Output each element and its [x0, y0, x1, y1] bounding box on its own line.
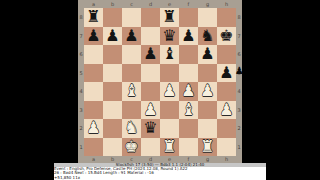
rank-label-1: 1 [236, 138, 242, 157]
piece-black-bishop-e6[interactable]: ♝ [160, 45, 179, 64]
piece-white-pawn-f4[interactable]: ♟ [179, 82, 198, 101]
piece-white-bishop-f3[interactable]: ♝ [179, 101, 198, 120]
rank-label-2: 2 [236, 119, 242, 138]
square-b7[interactable]: ♟ [103, 27, 122, 46]
square-a7[interactable]: ♟ [84, 27, 103, 46]
piece-black-queen-d2[interactable]: ♛ [141, 119, 160, 138]
piece-white-rook-e1[interactable]: ♜ [160, 138, 179, 157]
piece-black-king-h7[interactable]: ♚ [217, 27, 236, 46]
square-g3[interactable] [198, 101, 217, 120]
square-c5[interactable] [122, 64, 141, 83]
square-g5[interactable] [198, 64, 217, 83]
square-e6[interactable]: ♝ [160, 45, 179, 64]
square-g6[interactable]: ♟ [198, 45, 217, 64]
file-label-f: f [179, 156, 198, 162]
piece-white-king-c1[interactable]: ♚ [122, 138, 141, 157]
piece-white-bishop-c4[interactable]: ♝ [122, 82, 141, 101]
square-g2[interactable] [198, 119, 217, 138]
square-b2[interactable] [103, 119, 122, 138]
file-labels-bottom: abcdefgh [84, 156, 236, 162]
file-label-h: h [217, 156, 236, 162]
file-label-b: b [103, 1, 122, 7]
square-e7[interactable]: ♛ [160, 27, 179, 46]
piece-black-rook-e8[interactable]: ♜ [160, 8, 179, 27]
square-c2[interactable]: ♞ [122, 119, 141, 138]
square-h3[interactable]: ♟ [217, 101, 236, 120]
square-a3[interactable] [84, 101, 103, 120]
square-e3[interactable] [160, 101, 179, 120]
game-info-panel: Stockfish 17 (3:50) — Bdb3 1.1 (2:04) 21… [54, 163, 266, 180]
file-labels-top: abcdefgh [84, 1, 236, 7]
piece-white-pawn-e4[interactable]: ♟ [160, 82, 179, 101]
piece-white-pawn-a2[interactable]: ♟ [84, 119, 103, 138]
rank-label-3: 3 [236, 101, 242, 120]
square-f5[interactable] [179, 64, 198, 83]
file-label-d: d [141, 156, 160, 162]
square-d3[interactable]: ♟ [141, 101, 160, 120]
square-b5[interactable] [103, 64, 122, 83]
square-a8[interactable]: ♜ [84, 8, 103, 27]
file-label-c: c [122, 1, 141, 7]
piece-black-pawn-h5[interactable]: ♟ [217, 64, 236, 83]
square-h1[interactable] [217, 138, 236, 157]
square-h7[interactable]: ♚ [217, 27, 236, 46]
square-b1[interactable] [103, 138, 122, 157]
piece-black-pawn-g6[interactable]: ♟ [198, 45, 217, 64]
square-d7[interactable] [141, 27, 160, 46]
piece-white-knight-c2[interactable]: ♞ [122, 119, 141, 138]
square-h6[interactable] [217, 45, 236, 64]
file-label-e: e [160, 1, 179, 7]
eval-link-line[interactable]: +51,850 11x [54, 176, 266, 180]
square-g1[interactable]: ♜ [198, 138, 217, 157]
file-label-g: g [198, 1, 217, 7]
square-e8[interactable]: ♜ [160, 8, 179, 27]
square-a6[interactable] [84, 45, 103, 64]
square-f6[interactable] [179, 45, 198, 64]
square-c8[interactable] [122, 8, 141, 27]
piece-black-pawn-b7[interactable]: ♟ [103, 27, 122, 46]
square-b6[interactable] [103, 45, 122, 64]
captured-pawn-indicator: ♟ [235, 64, 243, 78]
square-c4[interactable]: ♝ [122, 82, 141, 101]
file-label-h: h [217, 1, 236, 7]
piece-white-rook-g1[interactable]: ♜ [198, 138, 217, 157]
square-c6[interactable] [122, 45, 141, 64]
rank-label-8: 8 [236, 8, 242, 27]
piece-black-pawn-d6[interactable]: ♟ [141, 45, 160, 64]
square-g4[interactable]: ♟ [198, 82, 217, 101]
chess-board-frame: abcdefgh 87654321 87654321 ♜♜♟♟♟♛♟♞♚♟♝♟♟… [78, 0, 242, 163]
square-a1[interactable] [84, 138, 103, 157]
square-e5[interactable] [160, 64, 179, 83]
square-e1[interactable]: ♜ [160, 138, 179, 157]
square-e2[interactable] [160, 119, 179, 138]
file-label-d: d [141, 1, 160, 7]
square-f4[interactable]: ♟ [179, 82, 198, 101]
square-f2[interactable] [179, 119, 198, 138]
square-f8[interactable] [179, 8, 198, 27]
app-background: abcdefgh 87654321 87654321 ♜♜♟♟♟♛♟♞♚♟♝♟♟… [0, 0, 320, 180]
square-e4[interactable]: ♟ [160, 82, 179, 101]
piece-black-knight-g7[interactable]: ♞ [198, 27, 217, 46]
square-d8[interactable] [141, 8, 160, 27]
rank-label-4: 4 [236, 82, 242, 101]
piece-black-queen-e7[interactable]: ♛ [160, 27, 179, 46]
piece-white-pawn-g4[interactable]: ♟ [198, 82, 217, 101]
piece-white-pawn-h3[interactable]: ♟ [217, 101, 236, 120]
file-label-e: e [160, 156, 179, 162]
square-d6[interactable]: ♟ [141, 45, 160, 64]
file-label-f: f [179, 1, 198, 7]
square-a4[interactable] [84, 82, 103, 101]
square-h5[interactable]: ♟ [217, 64, 236, 83]
piece-black-pawn-f7[interactable]: ♟ [179, 27, 198, 46]
square-b8[interactable] [103, 8, 122, 27]
piece-white-pawn-d3[interactable]: ♟ [141, 101, 160, 120]
file-label-a: a [84, 1, 103, 7]
square-h8[interactable] [217, 8, 236, 27]
square-c1[interactable]: ♚ [122, 138, 141, 157]
file-label-a: a [84, 156, 103, 162]
square-b3[interactable] [103, 101, 122, 120]
chess-board: ♜♜♟♟♟♛♟♞♚♟♝♟♟♝♟♟♟♟♝♟♟♞♛♚♜♜ [84, 8, 236, 156]
piece-black-rook-a8[interactable]: ♜ [84, 8, 103, 27]
piece-black-pawn-a7[interactable]: ♟ [84, 27, 103, 46]
rank-labels-right: 87654321 [236, 8, 242, 156]
file-label-c: c [122, 156, 141, 162]
square-f3[interactable]: ♝ [179, 101, 198, 120]
square-d4[interactable] [141, 82, 160, 101]
square-f1[interactable] [179, 138, 198, 157]
rank-label-7: 7 [236, 27, 242, 46]
square-h4[interactable] [217, 82, 236, 101]
rank-label-6: 6 [236, 45, 242, 64]
square-a5[interactable] [84, 64, 103, 83]
square-c7[interactable]: ♟ [122, 27, 141, 46]
piece-black-pawn-c7[interactable]: ♟ [122, 27, 141, 46]
square-h2[interactable] [217, 119, 236, 138]
file-label-b: b [103, 156, 122, 162]
square-d5[interactable] [141, 64, 160, 83]
square-a2[interactable]: ♟ [84, 119, 103, 138]
file-label-g: g [198, 156, 217, 162]
square-g7[interactable]: ♞ [198, 27, 217, 46]
square-b4[interactable] [103, 82, 122, 101]
square-f7[interactable]: ♟ [179, 27, 198, 46]
square-c3[interactable] [122, 101, 141, 120]
square-d2[interactable]: ♛ [141, 119, 160, 138]
square-g8[interactable] [198, 8, 217, 27]
square-d1[interactable] [141, 138, 160, 157]
